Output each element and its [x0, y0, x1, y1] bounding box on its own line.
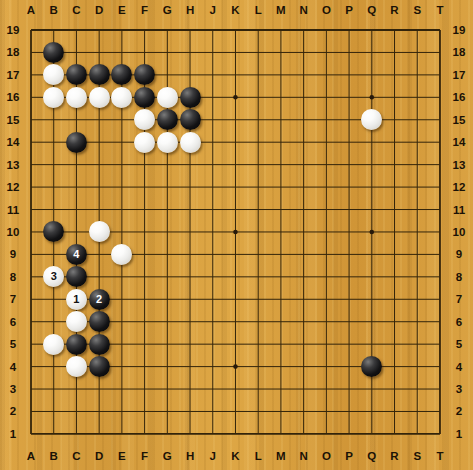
intersection-C3[interactable] — [65, 378, 88, 400]
intersection-H2[interactable] — [179, 400, 202, 422]
intersection-H17[interactable] — [179, 64, 202, 86]
intersection-T4[interactable] — [429, 355, 452, 377]
intersection-A6[interactable] — [20, 310, 43, 332]
intersection-K7[interactable] — [224, 288, 247, 310]
intersection-F10[interactable] — [133, 221, 156, 243]
intersection-A13[interactable] — [20, 153, 43, 175]
intersection-P4[interactable] — [338, 355, 361, 377]
intersection-K10[interactable] — [224, 221, 247, 243]
intersection-L12[interactable] — [247, 176, 270, 198]
intersection-C9[interactable]: 4 — [65, 243, 88, 265]
black-stone-C8[interactable] — [66, 266, 87, 287]
intersection-S3[interactable] — [406, 378, 429, 400]
intersection-F11[interactable] — [133, 198, 156, 220]
intersection-L10[interactable] — [247, 221, 270, 243]
intersection-F5[interactable] — [133, 333, 156, 355]
intersection-H12[interactable] — [179, 176, 202, 198]
intersection-M9[interactable] — [270, 243, 293, 265]
black-stone-C14[interactable] — [66, 132, 87, 153]
black-stone-F16[interactable] — [134, 87, 155, 108]
intersection-G7[interactable] — [156, 288, 179, 310]
intersection-O10[interactable] — [315, 221, 338, 243]
intersection-T14[interactable] — [429, 131, 452, 153]
intersection-C2[interactable] — [65, 400, 88, 422]
intersection-L5[interactable] — [247, 333, 270, 355]
intersection-S6[interactable] — [406, 310, 429, 332]
intersection-A10[interactable] — [20, 221, 43, 243]
white-stone-G16[interactable] — [157, 87, 178, 108]
intersection-S7[interactable] — [406, 288, 429, 310]
intersection-M1[interactable] — [270, 423, 293, 445]
intersection-S18[interactable] — [406, 41, 429, 63]
intersection-E4[interactable] — [111, 355, 134, 377]
intersection-L18[interactable] — [247, 41, 270, 63]
intersection-F7[interactable] — [133, 288, 156, 310]
intersection-H16[interactable] — [179, 86, 202, 108]
white-stone-E16[interactable] — [111, 87, 132, 108]
intersection-A18[interactable] — [20, 41, 43, 63]
intersection-N18[interactable] — [292, 41, 315, 63]
intersection-T11[interactable] — [429, 198, 452, 220]
intersection-T17[interactable] — [429, 64, 452, 86]
intersection-T6[interactable] — [429, 310, 452, 332]
intersection-C16[interactable] — [65, 86, 88, 108]
intersection-G10[interactable] — [156, 221, 179, 243]
intersection-E3[interactable] — [111, 378, 134, 400]
intersection-E19[interactable] — [111, 19, 134, 41]
intersection-S19[interactable] — [406, 19, 429, 41]
intersection-F3[interactable] — [133, 378, 156, 400]
intersection-O11[interactable] — [315, 198, 338, 220]
intersection-B4[interactable] — [42, 355, 65, 377]
black-stone-H15[interactable] — [180, 109, 201, 130]
intersection-E12[interactable] — [111, 176, 134, 198]
black-stone-H16[interactable] — [180, 87, 201, 108]
intersection-M13[interactable] — [270, 153, 293, 175]
intersection-G4[interactable] — [156, 355, 179, 377]
intersection-B8[interactable]: 3 — [42, 266, 65, 288]
intersection-H10[interactable] — [179, 221, 202, 243]
intersection-B12[interactable] — [42, 176, 65, 198]
intersection-D14[interactable] — [88, 131, 111, 153]
intersection-B3[interactable] — [42, 378, 65, 400]
white-stone-C4[interactable] — [66, 356, 87, 377]
intersection-C10[interactable] — [65, 221, 88, 243]
intersection-B2[interactable] — [42, 400, 65, 422]
intersection-P2[interactable] — [338, 400, 361, 422]
intersection-M2[interactable] — [270, 400, 293, 422]
intersection-Q14[interactable] — [360, 131, 383, 153]
intersection-G17[interactable] — [156, 64, 179, 86]
intersection-A5[interactable] — [20, 333, 43, 355]
intersection-N15[interactable] — [292, 109, 315, 131]
intersection-N10[interactable] — [292, 221, 315, 243]
intersection-K3[interactable] — [224, 378, 247, 400]
intersection-G14[interactable] — [156, 131, 179, 153]
intersection-G3[interactable] — [156, 378, 179, 400]
intersection-L7[interactable] — [247, 288, 270, 310]
intersection-H6[interactable] — [179, 310, 202, 332]
intersection-A17[interactable] — [20, 64, 43, 86]
intersection-O19[interactable] — [315, 19, 338, 41]
intersection-B16[interactable] — [42, 86, 65, 108]
intersection-Q8[interactable] — [360, 266, 383, 288]
intersection-P6[interactable] — [338, 310, 361, 332]
intersection-Q4[interactable] — [360, 355, 383, 377]
intersection-T16[interactable] — [429, 86, 452, 108]
intersection-C8[interactable] — [65, 266, 88, 288]
black-stone-F17[interactable] — [134, 64, 155, 85]
intersection-D8[interactable] — [88, 266, 111, 288]
intersection-B5[interactable] — [42, 333, 65, 355]
black-stone-G15[interactable] — [157, 109, 178, 130]
intersection-E5[interactable] — [111, 333, 134, 355]
intersection-O17[interactable] — [315, 64, 338, 86]
intersection-D1[interactable] — [88, 423, 111, 445]
intersection-R19[interactable] — [383, 19, 406, 41]
intersection-R7[interactable] — [383, 288, 406, 310]
intersection-H14[interactable] — [179, 131, 202, 153]
intersection-D19[interactable] — [88, 19, 111, 41]
white-stone-G14[interactable] — [157, 132, 178, 153]
intersection-N17[interactable] — [292, 64, 315, 86]
intersection-K13[interactable] — [224, 153, 247, 175]
intersection-T15[interactable] — [429, 109, 452, 131]
intersection-Q17[interactable] — [360, 64, 383, 86]
intersection-J10[interactable] — [201, 221, 224, 243]
intersection-F12[interactable] — [133, 176, 156, 198]
intersection-L9[interactable] — [247, 243, 270, 265]
intersection-C19[interactable] — [65, 19, 88, 41]
intersection-J15[interactable] — [201, 109, 224, 131]
intersection-J12[interactable] — [201, 176, 224, 198]
intersection-F15[interactable] — [133, 109, 156, 131]
intersection-E18[interactable] — [111, 41, 134, 63]
intersection-R16[interactable] — [383, 86, 406, 108]
intersection-F2[interactable] — [133, 400, 156, 422]
intersection-J1[interactable] — [201, 423, 224, 445]
intersection-M12[interactable] — [270, 176, 293, 198]
intersection-T2[interactable] — [429, 400, 452, 422]
intersection-S12[interactable] — [406, 176, 429, 198]
white-stone-C7[interactable]: 1 — [66, 289, 87, 310]
intersection-Q5[interactable] — [360, 333, 383, 355]
intersection-K18[interactable] — [224, 41, 247, 63]
intersection-Q10[interactable] — [360, 221, 383, 243]
intersection-M19[interactable] — [270, 19, 293, 41]
intersection-C1[interactable] — [65, 423, 88, 445]
intersection-B19[interactable] — [42, 19, 65, 41]
white-stone-B5[interactable] — [43, 334, 64, 355]
intersection-D16[interactable] — [88, 86, 111, 108]
white-stone-C16[interactable] — [66, 87, 87, 108]
intersection-H19[interactable] — [179, 19, 202, 41]
intersection-L17[interactable] — [247, 64, 270, 86]
intersection-M10[interactable] — [270, 221, 293, 243]
intersection-H3[interactable] — [179, 378, 202, 400]
intersection-Q12[interactable] — [360, 176, 383, 198]
intersection-A14[interactable] — [20, 131, 43, 153]
white-stone-B8[interactable]: 3 — [43, 266, 64, 287]
intersection-R9[interactable] — [383, 243, 406, 265]
intersection-E8[interactable] — [111, 266, 134, 288]
intersection-H4[interactable] — [179, 355, 202, 377]
black-stone-B10[interactable] — [43, 221, 64, 242]
intersection-S8[interactable] — [406, 266, 429, 288]
intersection-T8[interactable] — [429, 266, 452, 288]
intersection-R13[interactable] — [383, 153, 406, 175]
intersection-L11[interactable] — [247, 198, 270, 220]
intersection-E1[interactable] — [111, 423, 134, 445]
intersection-P10[interactable] — [338, 221, 361, 243]
intersection-B14[interactable] — [42, 131, 65, 153]
intersection-T19[interactable] — [429, 19, 452, 41]
intersection-O14[interactable] — [315, 131, 338, 153]
intersection-J4[interactable] — [201, 355, 224, 377]
intersection-N4[interactable] — [292, 355, 315, 377]
black-stone-D7[interactable]: 2 — [89, 289, 110, 310]
intersection-L1[interactable] — [247, 423, 270, 445]
intersection-E16[interactable] — [111, 86, 134, 108]
intersection-S13[interactable] — [406, 153, 429, 175]
black-stone-C5[interactable] — [66, 334, 87, 355]
intersection-Q6[interactable] — [360, 310, 383, 332]
intersection-K6[interactable] — [224, 310, 247, 332]
intersection-J17[interactable] — [201, 64, 224, 86]
intersection-R11[interactable] — [383, 198, 406, 220]
white-stone-B16[interactable] — [43, 87, 64, 108]
intersection-Q7[interactable] — [360, 288, 383, 310]
intersection-E14[interactable] — [111, 131, 134, 153]
intersection-P17[interactable] — [338, 64, 361, 86]
intersection-C11[interactable] — [65, 198, 88, 220]
intersection-L14[interactable] — [247, 131, 270, 153]
intersection-O3[interactable] — [315, 378, 338, 400]
intersection-A7[interactable] — [20, 288, 43, 310]
intersection-B11[interactable] — [42, 198, 65, 220]
intersection-O7[interactable] — [315, 288, 338, 310]
intersection-K17[interactable] — [224, 64, 247, 86]
intersection-B17[interactable] — [42, 64, 65, 86]
intersection-K14[interactable] — [224, 131, 247, 153]
intersection-F17[interactable] — [133, 64, 156, 86]
intersection-G6[interactable] — [156, 310, 179, 332]
intersection-C12[interactable] — [65, 176, 88, 198]
intersection-E17[interactable] — [111, 64, 134, 86]
intersection-K4[interactable] — [224, 355, 247, 377]
intersection-F16[interactable] — [133, 86, 156, 108]
intersection-N8[interactable] — [292, 266, 315, 288]
white-stone-F15[interactable] — [134, 109, 155, 130]
intersection-E2[interactable] — [111, 400, 134, 422]
intersection-F13[interactable] — [133, 153, 156, 175]
intersection-S9[interactable] — [406, 243, 429, 265]
intersection-R10[interactable] — [383, 221, 406, 243]
intersection-S2[interactable] — [406, 400, 429, 422]
intersection-F8[interactable] — [133, 266, 156, 288]
intersection-D10[interactable] — [88, 221, 111, 243]
intersection-A4[interactable] — [20, 355, 43, 377]
intersection-T5[interactable] — [429, 333, 452, 355]
intersection-T1[interactable] — [429, 423, 452, 445]
intersection-C17[interactable] — [65, 64, 88, 86]
intersection-Q2[interactable] — [360, 400, 383, 422]
intersection-F1[interactable] — [133, 423, 156, 445]
intersection-Q18[interactable] — [360, 41, 383, 63]
intersection-N14[interactable] — [292, 131, 315, 153]
intersection-G18[interactable] — [156, 41, 179, 63]
intersection-J9[interactable] — [201, 243, 224, 265]
intersection-B10[interactable] — [42, 221, 65, 243]
white-stone-D10[interactable] — [89, 221, 110, 242]
intersection-H1[interactable] — [179, 423, 202, 445]
white-stone-F14[interactable] — [134, 132, 155, 153]
intersection-D12[interactable] — [88, 176, 111, 198]
intersection-J16[interactable] — [201, 86, 224, 108]
intersection-B6[interactable] — [42, 310, 65, 332]
intersection-M8[interactable] — [270, 266, 293, 288]
intersection-L2[interactable] — [247, 400, 270, 422]
intersection-S17[interactable] — [406, 64, 429, 86]
intersection-O2[interactable] — [315, 400, 338, 422]
intersection-P9[interactable] — [338, 243, 361, 265]
intersection-A2[interactable] — [20, 400, 43, 422]
intersection-S4[interactable] — [406, 355, 429, 377]
intersection-M14[interactable] — [270, 131, 293, 153]
black-stone-D6[interactable] — [89, 311, 110, 332]
intersection-O12[interactable] — [315, 176, 338, 198]
intersection-D7[interactable]: 2 — [88, 288, 111, 310]
intersection-G16[interactable] — [156, 86, 179, 108]
intersection-O16[interactable] — [315, 86, 338, 108]
intersection-H11[interactable] — [179, 198, 202, 220]
intersection-C15[interactable] — [65, 109, 88, 131]
intersection-O8[interactable] — [315, 266, 338, 288]
intersection-G11[interactable] — [156, 198, 179, 220]
intersection-P7[interactable] — [338, 288, 361, 310]
intersection-P5[interactable] — [338, 333, 361, 355]
intersection-G13[interactable] — [156, 153, 179, 175]
intersection-E15[interactable] — [111, 109, 134, 131]
intersection-R8[interactable] — [383, 266, 406, 288]
intersection-A1[interactable] — [20, 423, 43, 445]
intersection-C14[interactable] — [65, 131, 88, 153]
intersection-R15[interactable] — [383, 109, 406, 131]
intersection-A19[interactable] — [20, 19, 43, 41]
intersection-J14[interactable] — [201, 131, 224, 153]
intersection-J6[interactable] — [201, 310, 224, 332]
intersection-H7[interactable] — [179, 288, 202, 310]
intersection-Q13[interactable] — [360, 153, 383, 175]
intersection-H5[interactable] — [179, 333, 202, 355]
intersection-K12[interactable] — [224, 176, 247, 198]
intersection-T9[interactable] — [429, 243, 452, 265]
white-stone-C6[interactable] — [66, 311, 87, 332]
intersection-N7[interactable] — [292, 288, 315, 310]
intersection-K19[interactable] — [224, 19, 247, 41]
intersection-M4[interactable] — [270, 355, 293, 377]
intersection-S15[interactable] — [406, 109, 429, 131]
intersection-G2[interactable] — [156, 400, 179, 422]
intersection-A9[interactable] — [20, 243, 43, 265]
intersection-P3[interactable] — [338, 378, 361, 400]
intersection-P16[interactable] — [338, 86, 361, 108]
intersection-K16[interactable] — [224, 86, 247, 108]
intersection-B9[interactable] — [42, 243, 65, 265]
intersection-R6[interactable] — [383, 310, 406, 332]
intersection-J2[interactable] — [201, 400, 224, 422]
intersection-B1[interactable] — [42, 423, 65, 445]
intersection-F14[interactable] — [133, 131, 156, 153]
intersection-Q1[interactable] — [360, 423, 383, 445]
intersection-J3[interactable] — [201, 378, 224, 400]
intersection-S10[interactable] — [406, 221, 429, 243]
intersection-Q19[interactable] — [360, 19, 383, 41]
intersection-N19[interactable] — [292, 19, 315, 41]
intersection-S5[interactable] — [406, 333, 429, 355]
intersection-C7[interactable]: 1 — [65, 288, 88, 310]
intersection-E13[interactable] — [111, 153, 134, 175]
intersection-D3[interactable] — [88, 378, 111, 400]
intersection-A8[interactable] — [20, 266, 43, 288]
intersection-O13[interactable] — [315, 153, 338, 175]
intersection-C13[interactable] — [65, 153, 88, 175]
intersection-F9[interactable] — [133, 243, 156, 265]
intersection-Q15[interactable] — [360, 109, 383, 131]
intersection-M16[interactable] — [270, 86, 293, 108]
intersection-M11[interactable] — [270, 198, 293, 220]
intersection-B18[interactable] — [42, 41, 65, 63]
intersection-M6[interactable] — [270, 310, 293, 332]
intersection-D15[interactable] — [88, 109, 111, 131]
intersection-F4[interactable] — [133, 355, 156, 377]
intersection-O15[interactable] — [315, 109, 338, 131]
intersection-E11[interactable] — [111, 198, 134, 220]
intersection-K11[interactable] — [224, 198, 247, 220]
intersection-R2[interactable] — [383, 400, 406, 422]
intersection-J11[interactable] — [201, 198, 224, 220]
intersection-N3[interactable] — [292, 378, 315, 400]
intersection-D2[interactable] — [88, 400, 111, 422]
intersection-N11[interactable] — [292, 198, 315, 220]
intersection-N6[interactable] — [292, 310, 315, 332]
intersection-F19[interactable] — [133, 19, 156, 41]
intersection-P8[interactable] — [338, 266, 361, 288]
intersection-H13[interactable] — [179, 153, 202, 175]
intersection-R3[interactable] — [383, 378, 406, 400]
black-stone-E17[interactable] — [111, 64, 132, 85]
intersection-H9[interactable] — [179, 243, 202, 265]
intersection-P19[interactable] — [338, 19, 361, 41]
intersection-O5[interactable] — [315, 333, 338, 355]
intersection-D5[interactable] — [88, 333, 111, 355]
intersection-K9[interactable] — [224, 243, 247, 265]
intersection-R12[interactable] — [383, 176, 406, 198]
intersection-N13[interactable] — [292, 153, 315, 175]
intersection-J19[interactable] — [201, 19, 224, 41]
intersection-K5[interactable] — [224, 333, 247, 355]
intersection-A16[interactable] — [20, 86, 43, 108]
intersection-D9[interactable] — [88, 243, 111, 265]
intersection-J18[interactable] — [201, 41, 224, 63]
intersection-L16[interactable] — [247, 86, 270, 108]
intersection-D6[interactable] — [88, 310, 111, 332]
intersection-K8[interactable] — [224, 266, 247, 288]
intersection-E6[interactable] — [111, 310, 134, 332]
intersection-N16[interactable] — [292, 86, 315, 108]
intersection-J8[interactable] — [201, 266, 224, 288]
intersection-O4[interactable] — [315, 355, 338, 377]
